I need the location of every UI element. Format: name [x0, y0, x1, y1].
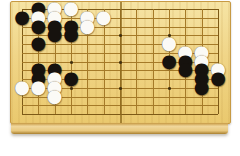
white-stone[interactable]: ●: [96, 8, 112, 26]
black-stone[interactable]: ●: [210, 69, 226, 87]
go-board-surface[interactable]: ●●●●●●●●●●●●●●●●●●●●●●●●●●●●●●●●●●●●: [10, 1, 231, 124]
white-stone[interactable]: ●: [14, 78, 30, 96]
photo-background: ●●●●●●●●●●●●●●●●●●●●●●●●●●●●●●●●●●●●: [0, 0, 240, 156]
hoshi-point: [70, 61, 74, 64]
black-stone[interactable]: ●: [63, 69, 79, 87]
white-stone[interactable]: ●: [30, 78, 46, 96]
white-stone[interactable]: ●: [79, 17, 95, 35]
board-side-edge: [11, 123, 228, 134]
hoshi-point: [119, 87, 123, 90]
black-stone[interactable]: ●: [47, 26, 63, 44]
black-stone[interactable]: ●: [30, 34, 46, 52]
go-board[interactable]: ●●●●●●●●●●●●●●●●●●●●●●●●●●●●●●●●●●●●: [10, 1, 229, 135]
hoshi-point: [168, 87, 172, 90]
grid-line-vertical: [136, 9, 137, 114]
black-stone[interactable]: ●: [63, 26, 79, 44]
black-stone[interactable]: ●: [177, 61, 193, 79]
black-stone[interactable]: ●: [14, 8, 30, 26]
white-stone[interactable]: ●: [47, 87, 63, 105]
grid-line-vertical: [153, 9, 154, 114]
black-stone[interactable]: ●: [161, 52, 177, 70]
black-stone[interactable]: ●: [194, 78, 210, 96]
hoshi-point: [119, 61, 123, 64]
